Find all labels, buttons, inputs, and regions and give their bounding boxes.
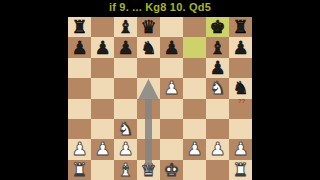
square-c2[interactable]: ♟ (114, 139, 137, 159)
square-h1[interactable]: ♜ (229, 160, 252, 180)
square-d5[interactable] (137, 78, 160, 98)
square-b7[interactable]: ♟ (91, 37, 114, 57)
square-b5[interactable] (91, 78, 114, 98)
black-pawn: ♟ (163, 39, 179, 57)
black-bishop: ♝ (117, 18, 133, 36)
white-pawn: ♟ (71, 140, 87, 158)
square-c1[interactable]: ♝ (114, 160, 137, 180)
white-pawn: ♟ (232, 140, 248, 158)
black-knight: ♞ (140, 39, 156, 57)
square-d6[interactable] (137, 58, 160, 78)
square-a5[interactable] (68, 78, 91, 98)
square-b2[interactable]: ♟ (91, 139, 114, 159)
white-pawn: ♟ (209, 140, 225, 158)
square-f2[interactable]: ♟ (183, 139, 206, 159)
white-knight: ♞ (209, 79, 225, 97)
square-e2[interactable] (160, 139, 183, 159)
square-e4[interactable] (160, 99, 183, 119)
white-king: ♚ (163, 161, 179, 179)
square-g5[interactable]: ♞ (206, 78, 229, 98)
white-bishop: ♝ (117, 161, 133, 179)
square-f8[interactable] (183, 17, 206, 37)
square-b1[interactable] (91, 160, 114, 180)
square-g3[interactable] (206, 119, 229, 139)
white-pawn: ♟ (186, 140, 202, 158)
square-a4[interactable] (68, 99, 91, 119)
square-d3[interactable] (137, 119, 160, 139)
square-a2[interactable]: ♟ (68, 139, 91, 159)
square-e8[interactable] (160, 17, 183, 37)
square-c3[interactable]: ♞ (114, 119, 137, 139)
white-rook: ♜ (232, 161, 248, 179)
square-a7[interactable]: ♟ (68, 37, 91, 57)
square-c7[interactable]: ♟ (114, 37, 137, 57)
square-b6[interactable] (91, 58, 114, 78)
black-bishop: ♝ (209, 39, 225, 57)
square-b8[interactable] (91, 17, 114, 37)
square-g6[interactable]: ♟ (206, 58, 229, 78)
square-f4[interactable] (183, 99, 206, 119)
white-queen: ♛ (140, 161, 156, 179)
square-d1[interactable]: ♛ (137, 160, 160, 180)
black-pawn: ♟ (232, 39, 248, 57)
chess-board[interactable]: ♜♝♛♚♜♟♟♟♞♟♝♟♟♟♞♞♞♟♟♟♟♟♟♜♝♛♚♜ (68, 17, 252, 180)
square-h3[interactable] (229, 119, 252, 139)
square-g1[interactable] (206, 160, 229, 180)
square-c4[interactable] (114, 99, 137, 119)
square-a3[interactable] (68, 119, 91, 139)
square-c6[interactable] (114, 58, 137, 78)
square-h5[interactable]: ♞ (229, 78, 252, 98)
black-pawn: ♟ (71, 39, 87, 57)
square-f1[interactable] (183, 160, 206, 180)
square-b3[interactable] (91, 119, 114, 139)
square-a1[interactable]: ♜ (68, 160, 91, 180)
square-f7[interactable] (183, 37, 206, 57)
white-pawn: ♟ (117, 140, 133, 158)
square-f3[interactable] (183, 119, 206, 139)
white-pawn: ♟ (163, 79, 179, 97)
square-e6[interactable] (160, 58, 183, 78)
square-f6[interactable] (183, 58, 206, 78)
white-rook: ♜ (71, 161, 87, 179)
black-rook: ♜ (232, 18, 248, 36)
square-h8[interactable]: ♜ (229, 17, 252, 37)
black-pawn: ♟ (117, 39, 133, 57)
black-knight: ♞ (232, 79, 248, 97)
square-g2[interactable]: ♟ (206, 139, 229, 159)
square-b4[interactable] (91, 99, 114, 119)
square-a8[interactable]: ♜ (68, 17, 91, 37)
square-e5[interactable]: ♟ (160, 78, 183, 98)
square-e3[interactable] (160, 119, 183, 139)
black-queen: ♛ (140, 18, 156, 36)
white-knight: ♞ (117, 120, 133, 138)
square-e1[interactable]: ♚ (160, 160, 183, 180)
move-caption: if 9. ... Kg8 10. Qd5 (0, 0, 320, 16)
square-h7[interactable]: ♟ (229, 37, 252, 57)
square-d7[interactable]: ♞ (137, 37, 160, 57)
square-f5[interactable] (183, 78, 206, 98)
square-c5[interactable] (114, 78, 137, 98)
black-pawn: ♟ (209, 59, 225, 77)
square-d4[interactable] (137, 99, 160, 119)
white-pawn: ♟ (94, 140, 110, 158)
black-king: ♚ (209, 18, 225, 36)
square-e7[interactable]: ♟ (160, 37, 183, 57)
square-a6[interactable] (68, 58, 91, 78)
square-h6[interactable] (229, 58, 252, 78)
black-rook: ♜ (71, 18, 87, 36)
black-pawn: ♟ (94, 39, 110, 57)
square-g4[interactable] (206, 99, 229, 119)
square-d8[interactable]: ♛ (137, 17, 160, 37)
square-d2[interactable] (137, 139, 160, 159)
square-h4[interactable] (229, 99, 252, 119)
square-g8[interactable]: ♚ (206, 17, 229, 37)
square-g7[interactable]: ♝ (206, 37, 229, 57)
square-c8[interactable]: ♝ (114, 17, 137, 37)
square-h2[interactable]: ♟ (229, 139, 252, 159)
